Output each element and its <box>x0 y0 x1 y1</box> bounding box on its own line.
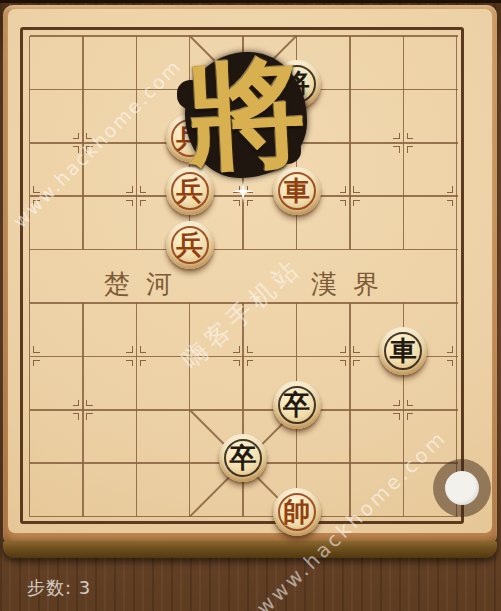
piece-glyph: 兵 <box>166 114 214 162</box>
piece-glyph: 兵 <box>166 221 214 269</box>
piece-glyph: 卒 <box>219 434 267 482</box>
floating-button-dot <box>445 471 479 505</box>
floating-button[interactable] <box>433 459 491 517</box>
piece-red-general[interactable]: 帥 <box>273 488 321 536</box>
piece-black-general[interactable]: 将 <box>273 60 321 108</box>
piece-red-soldier-c[interactable]: 兵 <box>166 221 214 269</box>
piece-black-soldier-b[interactable]: 卒 <box>219 434 267 482</box>
step-counter: 步数: 3 <box>27 576 91 600</box>
piece-red-chariot[interactable]: 車 <box>273 167 321 215</box>
piece-red-soldier-b[interactable]: 兵 <box>166 167 214 215</box>
piece-black-soldier-a[interactable]: 卒 <box>273 381 321 429</box>
piece-glyph: 帥 <box>273 488 321 536</box>
piece-glyph: 卒 <box>273 381 321 429</box>
piece-black-chariot[interactable]: 車 <box>379 327 427 375</box>
piece-glyph: 将 <box>273 60 321 108</box>
game-screen: 楚河 漢界 将兵兵車兵車卒卒帥 將 www.hackhome.com 嗨客手机站… <box>0 0 501 611</box>
piece-glyph: 車 <box>273 167 321 215</box>
pieces-layer: 将兵兵車兵車卒卒帥 <box>0 0 501 611</box>
piece-glyph: 兵 <box>166 167 214 215</box>
piece-glyph: 車 <box>379 327 427 375</box>
piece-red-soldier-a[interactable]: 兵 <box>166 114 214 162</box>
